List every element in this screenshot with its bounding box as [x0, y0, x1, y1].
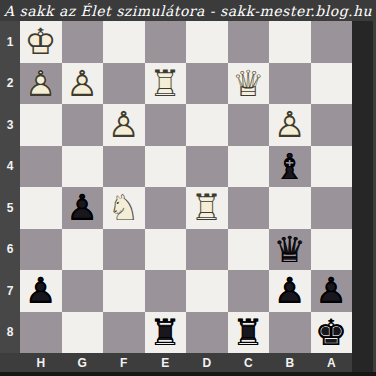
- square-g4[interactable]: [62, 146, 104, 188]
- square-a7[interactable]: ♟♙: [311, 270, 353, 312]
- rank-label-3: 3: [0, 104, 20, 146]
- rank-label-2: 2: [0, 63, 20, 105]
- square-c2[interactable]: ♛♕: [228, 63, 270, 105]
- square-g3[interactable]: [62, 104, 104, 146]
- black-rook-c8[interactable]: ♜♖: [228, 312, 270, 354]
- white-pawn-b3[interactable]: ♟♙: [269, 104, 311, 146]
- piece-glyph-outline: ♕: [228, 63, 270, 105]
- white-rook-d5[interactable]: ♜♖: [186, 187, 228, 229]
- rank-label-6: 6: [0, 229, 20, 271]
- piece-glyph-outline: ♖: [145, 63, 187, 105]
- piece-glyph-outline: ♔: [311, 312, 353, 354]
- square-f6[interactable]: [103, 229, 145, 271]
- square-h1[interactable]: ♚♔: [20, 21, 62, 63]
- piece-glyph-outline: ♖: [145, 312, 187, 354]
- file-label-g: G: [62, 353, 104, 372]
- board-corner: [0, 353, 20, 372]
- square-f5[interactable]: ♞♘: [103, 187, 145, 229]
- square-b8[interactable]: [269, 312, 311, 354]
- square-c1[interactable]: [228, 21, 270, 63]
- black-queen-b6[interactable]: ♛♕: [269, 229, 311, 271]
- square-g1[interactable]: [62, 21, 104, 63]
- piece-glyph-outline: ♙: [269, 270, 311, 312]
- square-e6[interactable]: [145, 229, 187, 271]
- square-a4[interactable]: [311, 146, 353, 188]
- piece-glyph-outline: ♙: [269, 104, 311, 146]
- white-pawn-f3[interactable]: ♟♙: [103, 104, 145, 146]
- black-pawn-g5[interactable]: ♟♙: [62, 187, 104, 229]
- rank-label-7: 7: [0, 270, 20, 312]
- square-f4[interactable]: [103, 146, 145, 188]
- title-bar: A sakk az Élet szimulátora - sakk-mester…: [0, 0, 376, 21]
- square-a2[interactable]: [311, 63, 353, 105]
- square-h2[interactable]: ♟♙: [20, 63, 62, 105]
- square-a8[interactable]: ♚♔: [311, 312, 353, 354]
- piece-glyph-outline: ♘: [103, 187, 145, 229]
- square-c5[interactable]: [228, 187, 270, 229]
- square-h4[interactable]: [20, 146, 62, 188]
- white-knight-f5[interactable]: ♞♘: [103, 187, 145, 229]
- square-b5[interactable]: [269, 187, 311, 229]
- square-e8[interactable]: ♜♖: [145, 312, 187, 354]
- square-e2[interactable]: ♜♖: [145, 63, 187, 105]
- square-d2[interactable]: [186, 63, 228, 105]
- square-a1[interactable]: [311, 21, 353, 63]
- square-d4[interactable]: [186, 146, 228, 188]
- square-b1[interactable]: [269, 21, 311, 63]
- square-f8[interactable]: [103, 312, 145, 354]
- square-a6[interactable]: [311, 229, 353, 271]
- square-c3[interactable]: [228, 104, 270, 146]
- square-h5[interactable]: [20, 187, 62, 229]
- file-label-f: F: [103, 353, 145, 372]
- black-pawn-b7[interactable]: ♟♙: [269, 270, 311, 312]
- black-pawn-h7[interactable]: ♟♙: [20, 270, 62, 312]
- black-king-a8[interactable]: ♚♔: [311, 312, 353, 354]
- square-h8[interactable]: [20, 312, 62, 354]
- square-g7[interactable]: [62, 270, 104, 312]
- square-h7[interactable]: ♟♙: [20, 270, 62, 312]
- square-f1[interactable]: [103, 21, 145, 63]
- white-pawn-h2[interactable]: ♟♙: [20, 63, 62, 105]
- piece-glyph-outline: ♕: [269, 229, 311, 271]
- black-bishop-b4[interactable]: ♝♗: [269, 146, 311, 188]
- file-label-d: D: [186, 353, 228, 372]
- square-b4[interactable]: ♝♗: [269, 146, 311, 188]
- square-e4[interactable]: [145, 146, 187, 188]
- black-pawn-a7[interactable]: ♟♙: [311, 270, 353, 312]
- piece-glyph-outline: ♗: [269, 146, 311, 188]
- square-b2[interactable]: [269, 63, 311, 105]
- square-h3[interactable]: [20, 104, 62, 146]
- white-pawn-g2[interactable]: ♟♙: [62, 63, 104, 105]
- square-a5[interactable]: [311, 187, 353, 229]
- file-label-b: B: [269, 353, 311, 372]
- square-c8[interactable]: ♜♖: [228, 312, 270, 354]
- square-f3[interactable]: ♟♙: [103, 104, 145, 146]
- square-d6[interactable]: [186, 229, 228, 271]
- file-label-c: C: [228, 353, 270, 372]
- piece-glyph-outline: ♔: [20, 21, 62, 63]
- piece-glyph-outline: ♖: [186, 187, 228, 229]
- square-g8[interactable]: [62, 312, 104, 354]
- square-d7[interactable]: [186, 270, 228, 312]
- black-rook-e8[interactable]: ♜♖: [145, 312, 187, 354]
- file-label-a: A: [311, 353, 353, 372]
- square-c7[interactable]: [228, 270, 270, 312]
- piece-glyph-outline: ♙: [20, 63, 62, 105]
- square-b3[interactable]: ♟♙: [269, 104, 311, 146]
- piece-glyph-outline: ♙: [103, 104, 145, 146]
- file-label-h: H: [20, 353, 62, 372]
- square-e3[interactable]: [145, 104, 187, 146]
- chess-board: 1♚♔2♟♙♟♙♜♖♛♕3♟♙♟♙4♝♗5♟♙♞♘♜♖6♛♕7♟♙♟♙♟♙8♜♖…: [0, 21, 352, 372]
- square-d3[interactable]: [186, 104, 228, 146]
- square-f2[interactable]: [103, 63, 145, 105]
- square-b7[interactable]: ♟♙: [269, 270, 311, 312]
- file-label-e: E: [145, 353, 187, 372]
- square-f7[interactable]: [103, 270, 145, 312]
- square-a3[interactable]: [311, 104, 353, 146]
- piece-glyph-outline: ♙: [62, 187, 104, 229]
- rank-label-1: 1: [0, 21, 20, 63]
- square-c4[interactable]: [228, 146, 270, 188]
- piece-glyph-outline: ♙: [20, 270, 62, 312]
- square-d1[interactable]: [186, 21, 228, 63]
- title-text: A sakk az Élet szimulátora - sakk-mester…: [4, 3, 372, 19]
- piece-glyph-outline: ♙: [311, 270, 353, 312]
- square-g2[interactable]: ♟♙: [62, 63, 104, 105]
- rank-label-8: 8: [0, 312, 20, 354]
- piece-glyph-outline: ♖: [228, 312, 270, 354]
- square-e7[interactable]: [145, 270, 187, 312]
- square-g6[interactable]: [62, 229, 104, 271]
- square-g5[interactable]: ♟♙: [62, 187, 104, 229]
- white-king-h1[interactable]: ♚♔: [20, 21, 62, 63]
- square-b6[interactable]: ♛♕: [269, 229, 311, 271]
- white-queen-c2[interactable]: ♛♕: [228, 63, 270, 105]
- square-d5[interactable]: ♜♖: [186, 187, 228, 229]
- rank-label-5: 5: [0, 187, 20, 229]
- white-rook-e2[interactable]: ♜♖: [145, 63, 187, 105]
- piece-glyph-outline: ♙: [62, 63, 104, 105]
- rank-label-4: 4: [0, 146, 20, 188]
- square-d8[interactable]: [186, 312, 228, 354]
- window-edge-bottom: [0, 372, 376, 376]
- square-e1[interactable]: [145, 21, 187, 63]
- window: A sakk az Élet szimulátora - sakk-mester…: [0, 0, 376, 376]
- square-h6[interactable]: [20, 229, 62, 271]
- square-c6[interactable]: [228, 229, 270, 271]
- square-e5[interactable]: [145, 187, 187, 229]
